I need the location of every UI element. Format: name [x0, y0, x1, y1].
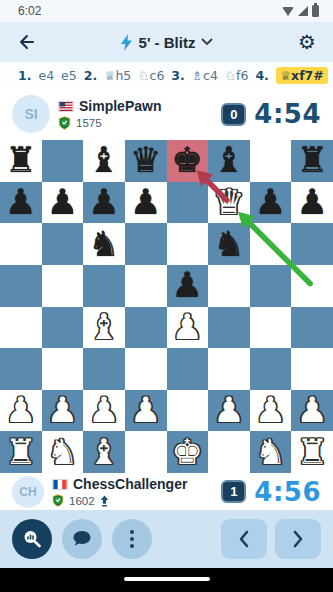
square-b4[interactable]	[42, 307, 84, 349]
piece-black-pawn[interactable]: ♟	[47, 182, 78, 223]
status-time: 6:02	[10, 4, 41, 18]
piece-black-rook[interactable]: ♜	[5, 140, 36, 181]
square-e7[interactable]	[167, 182, 209, 224]
piece-white-rook[interactable]: ♜	[296, 432, 327, 473]
square-c3[interactable]	[83, 348, 125, 390]
square-b7[interactable]: ♟	[42, 182, 84, 224]
piece-white-knight[interactable]: ♞	[47, 432, 78, 473]
move[interactable]: ♘c6	[138, 68, 164, 83]
move[interactable]: e5	[61, 68, 77, 83]
square-c7[interactable]: ♟	[83, 182, 125, 224]
piece-black-pawn[interactable]: ♟	[5, 182, 36, 223]
back-arrow-icon	[16, 32, 36, 52]
square-b6[interactable]	[42, 223, 84, 265]
square-b2[interactable]: ♟	[42, 390, 84, 432]
analysis-icon	[21, 528, 43, 550]
move[interactable]: ♘f6	[225, 68, 249, 83]
chess-app-screen: 6:02 5' - Blitz ⚙ 1.e4e52.♕h5♘c63.♗c4♘f6…	[0, 0, 333, 592]
chat-button[interactable]	[62, 519, 102, 559]
square-f4[interactable]	[208, 307, 250, 349]
square-e1[interactable]: ♚	[167, 431, 209, 473]
square-h1[interactable]: ♜	[291, 431, 333, 473]
square-c1[interactable]: ♝	[83, 431, 125, 473]
game-mode-title: 5' - Blitz	[139, 34, 196, 51]
move-list[interactable]: 1.e4e52.♕h5♘c63.♗c4♘f64.♕xf7#	[0, 62, 333, 88]
square-g3[interactable]	[250, 348, 292, 390]
move-number: 4.	[255, 68, 268, 83]
square-f6[interactable]: ♞	[208, 223, 250, 265]
square-g2[interactable]: ♟	[250, 390, 292, 432]
square-a8[interactable]: ♜	[0, 140, 42, 182]
square-a5[interactable]	[0, 265, 42, 307]
piece-white-pawn[interactable]: ♟	[5, 390, 36, 431]
square-a1[interactable]: ♜	[0, 431, 42, 473]
square-f8[interactable]: ♝	[208, 140, 250, 182]
piece-black-pawn[interactable]: ♟	[255, 182, 286, 223]
square-g7[interactable]: ♟	[250, 182, 292, 224]
square-e8[interactable]: ♚	[167, 140, 209, 182]
square-h2[interactable]: ♟	[291, 390, 333, 432]
rating-up-icon	[100, 495, 109, 507]
square-a4[interactable]	[0, 307, 42, 349]
piece-black-pawn[interactable]: ♟	[296, 182, 327, 223]
verified-shield-icon	[58, 116, 71, 130]
piece-black-pawn[interactable]: ♟	[130, 182, 161, 223]
settings-button[interactable]: ⚙	[291, 26, 323, 58]
opponent-details: SimplePawn 1575	[58, 98, 161, 130]
piece-black-queen[interactable]: ♛	[130, 140, 161, 181]
back-button[interactable]	[10, 26, 42, 58]
piece-white-pawn[interactable]: ♟	[130, 390, 161, 431]
square-d4[interactable]	[125, 307, 167, 349]
square-g1[interactable]: ♞	[250, 431, 292, 473]
square-f5[interactable]	[208, 265, 250, 307]
player-initials: CH	[19, 485, 36, 499]
move-highlighted[interactable]: ♕xf7#	[276, 67, 328, 84]
us-flag	[58, 101, 74, 112]
battery-icon	[312, 5, 319, 17]
move-number: 3.	[171, 68, 184, 83]
square-d2[interactable]: ♟	[125, 390, 167, 432]
square-b5[interactable]	[42, 265, 84, 307]
piece-white-pawn[interactable]: ♟	[88, 390, 119, 431]
piece-black-bishop[interactable]: ♝	[213, 140, 244, 181]
opponent-rating: 1575	[76, 117, 102, 129]
square-h3[interactable]	[291, 348, 333, 390]
square-e4[interactable]: ♟	[167, 307, 209, 349]
prev-move-icon	[238, 530, 250, 548]
square-d5[interactable]	[125, 265, 167, 307]
square-d1[interactable]	[125, 431, 167, 473]
square-a2[interactable]: ♟	[0, 390, 42, 432]
piece-white-king[interactable]: ♚	[172, 432, 203, 473]
player-avatar[interactable]: CH	[12, 476, 44, 508]
square-a7[interactable]: ♟	[0, 182, 42, 224]
home-indicator[interactable]	[124, 577, 210, 581]
opponent-name: SimplePawn	[79, 98, 161, 114]
piece-black-pawn[interactable]: ♟	[88, 182, 119, 223]
player-info-row[interactable]: CH ChessChallenger 1602	[0, 473, 333, 510]
analysis-button[interactable]	[12, 519, 52, 559]
move-number: 1.	[18, 68, 31, 83]
opponent-clock: 4:54	[254, 99, 321, 129]
square-e2[interactable]	[167, 390, 209, 432]
square-c4[interactable]: ♝	[83, 307, 125, 349]
square-b3[interactable]	[42, 348, 84, 390]
piece-white-bishop[interactable]: ♝	[88, 307, 119, 348]
more-options-icon	[130, 530, 134, 548]
square-h6[interactable]	[291, 223, 333, 265]
square-b8[interactable]	[42, 140, 84, 182]
square-d6[interactable]	[125, 223, 167, 265]
piece-white-pawn[interactable]: ♟	[255, 390, 286, 431]
piece-white-pawn[interactable]: ♟	[213, 390, 244, 431]
gear-icon: ⚙	[298, 30, 316, 54]
app-bar: 5' - Blitz ⚙	[0, 22, 333, 62]
square-a6[interactable]	[0, 223, 42, 265]
square-g4[interactable]	[250, 307, 292, 349]
move[interactable]: e4	[38, 68, 54, 83]
square-h8[interactable]: ♜	[291, 140, 333, 182]
square-c6[interactable]: ♞	[83, 223, 125, 265]
square-g5[interactable]	[250, 265, 292, 307]
move[interactable]: ♗c4	[192, 68, 218, 83]
square-f1[interactable]	[208, 431, 250, 473]
opponent-capture-score: 0	[221, 103, 246, 126]
opponent-initials: SI	[24, 106, 37, 122]
square-g8[interactable]	[250, 140, 292, 182]
prev-move-button[interactable]	[221, 519, 267, 559]
move-number: 2.	[84, 68, 97, 83]
status-icons	[282, 5, 323, 17]
square-a3[interactable]	[0, 348, 42, 390]
more-options-button[interactable]	[112, 519, 152, 559]
square-f7[interactable]: ♛	[208, 182, 250, 224]
cellular-icon	[298, 6, 308, 16]
piece-black-king[interactable]: ♚	[172, 140, 203, 181]
chevron-down-icon	[201, 38, 213, 46]
square-g6[interactable]	[250, 223, 292, 265]
player-capture-score: 1	[221, 480, 246, 503]
piece-white-bishop[interactable]: ♝	[88, 432, 119, 473]
piece-black-knight[interactable]: ♞	[88, 224, 119, 265]
square-h4[interactable]	[291, 307, 333, 349]
square-e5[interactable]: ♟	[167, 265, 209, 307]
bottom-toolbar	[0, 510, 333, 568]
square-e6[interactable]	[167, 223, 209, 265]
player-rating: 1602	[69, 495, 95, 507]
next-move-icon	[292, 530, 304, 548]
status-bar: 6:02	[0, 0, 333, 22]
piece-white-pawn[interactable]: ♟	[47, 390, 78, 431]
square-d3[interactable]	[125, 348, 167, 390]
opponent-avatar[interactable]: SI	[12, 95, 50, 133]
system-navigation-bar	[0, 568, 333, 592]
square-b1[interactable]: ♞	[42, 431, 84, 473]
move[interactable]: ♕h5	[104, 68, 131, 83]
chat-icon	[72, 530, 92, 548]
player-details: ChessChallenger 1602	[52, 476, 187, 507]
wifi-icon	[282, 7, 294, 16]
square-h7[interactable]: ♟	[291, 182, 333, 224]
piece-white-rook[interactable]: ♜	[5, 432, 36, 473]
piece-white-queen[interactable]: ♛	[213, 182, 244, 223]
lightning-icon	[120, 34, 133, 51]
square-f2[interactable]: ♟	[208, 390, 250, 432]
square-e3[interactable]	[167, 348, 209, 390]
piece-black-knight[interactable]: ♞	[213, 224, 244, 265]
chess-board[interactable]: ♜♝♛♚♝♜♟♟♟♟♛♟♟♞♞♟♝♟♟♟♟♟♟♟♟♜♞♝♚♞♜	[0, 140, 333, 473]
piece-black-rook[interactable]: ♜	[296, 140, 327, 181]
square-d8[interactable]: ♛	[125, 140, 167, 182]
piece-white-knight[interactable]: ♞	[255, 432, 286, 473]
game-mode-selector[interactable]: 5' - Blitz	[120, 34, 214, 51]
square-f3[interactable]	[208, 348, 250, 390]
player-clock: 4:56	[254, 477, 321, 507]
piece-white-pawn[interactable]: ♟	[296, 390, 327, 431]
next-move-button[interactable]	[275, 519, 321, 559]
piece-white-pawn[interactable]: ♟	[172, 307, 203, 348]
square-h5[interactable]	[291, 265, 333, 307]
square-c8[interactable]: ♝	[83, 140, 125, 182]
player-name: ChessChallenger	[73, 476, 187, 492]
opponent-info-row[interactable]: SI SimplePawn 1575 0 4	[0, 88, 333, 140]
piece-black-pawn[interactable]: ♟	[172, 265, 203, 306]
piece-black-bishop[interactable]: ♝	[88, 140, 119, 181]
verified-shield-icon	[52, 494, 64, 507]
square-c5[interactable]	[83, 265, 125, 307]
fr-flag	[52, 479, 68, 490]
square-c2[interactable]: ♟	[83, 390, 125, 432]
square-d7[interactable]: ♟	[125, 182, 167, 224]
